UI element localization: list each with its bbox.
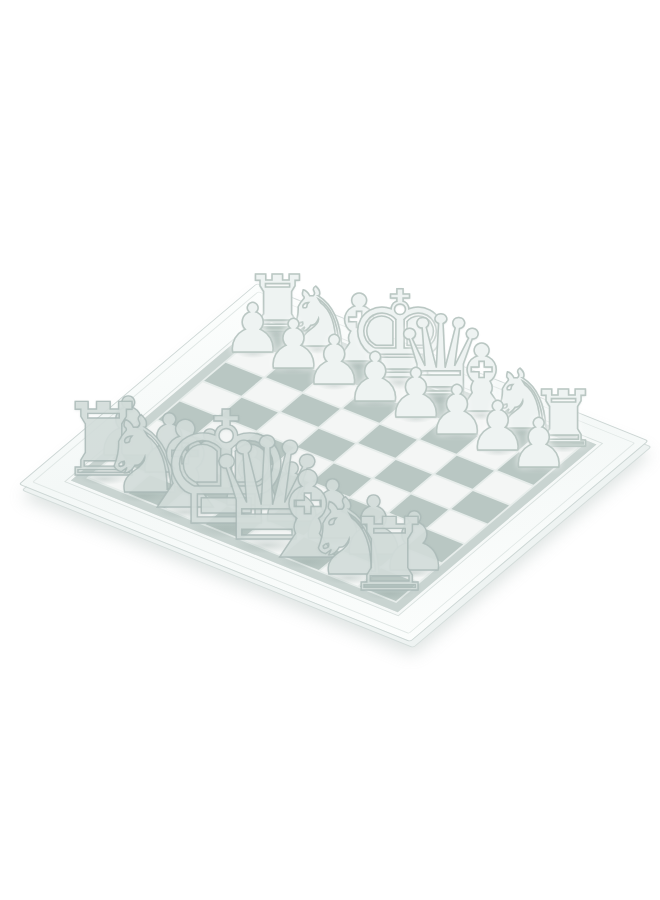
glass-chess-set-photo[interactable]: ♜♞♝♚♛♝♞♜♟♟♟♟♟♟♟♟♟♟♟♟♟♟♟♟♜♞♝♚♛♝♞♜ bbox=[0, 0, 660, 900]
piece-frosted-pawn-h7: ♟ bbox=[508, 409, 569, 477]
piece-clear-rook-h1: ♜ bbox=[344, 506, 435, 607]
